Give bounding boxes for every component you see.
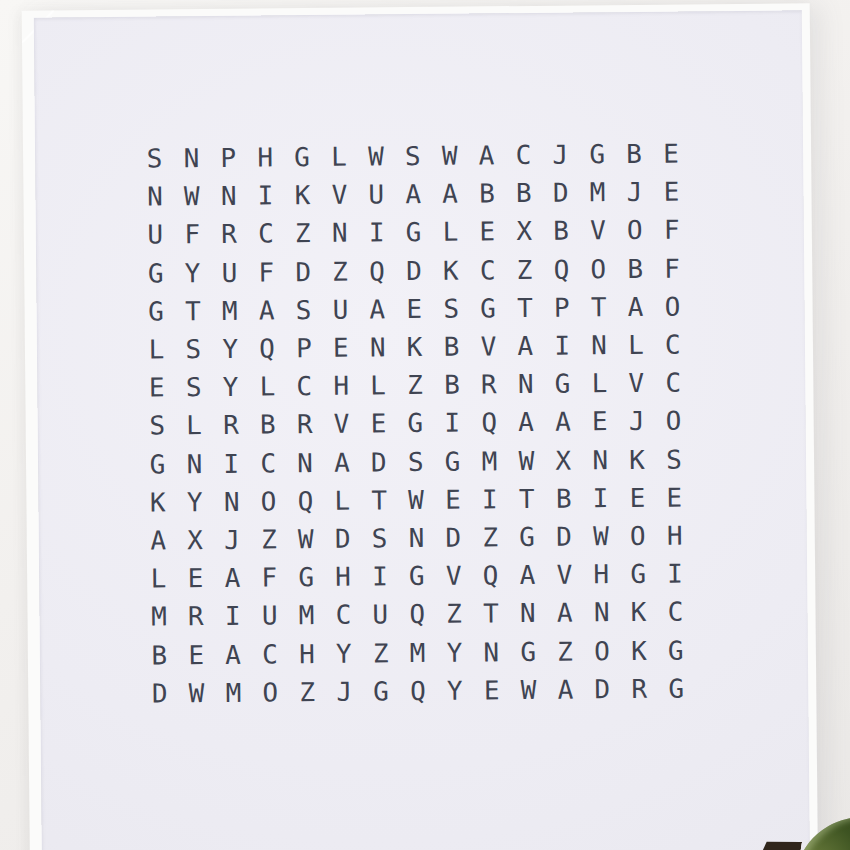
grid-cell-r12c7: I: [361, 557, 398, 596]
grid-cell-r3c10: E: [469, 213, 506, 252]
grid-cell-r3c7: I: [358, 214, 395, 253]
grid-cell-r1c12: J: [542, 135, 579, 174]
grid-cell-r10c1: K: [139, 483, 176, 522]
grid-cell-r4c14: B: [617, 249, 654, 288]
grid-cell-r13c6: C: [325, 596, 362, 635]
grid-cell-r5c5: S: [285, 291, 322, 330]
grid-cell-r14c15: G: [657, 631, 694, 670]
grid-cell-r6c10: V: [470, 327, 507, 366]
grid-cell-r8c6: V: [323, 405, 360, 444]
grid-cell-r5c13: T: [580, 288, 617, 327]
grid-cell-r6c6: E: [322, 329, 359, 368]
grid-cell-r14c10: N: [473, 633, 510, 672]
grid-cell-r2c8: A: [395, 175, 432, 214]
grid-cell-r7c1: E: [138, 368, 175, 407]
grid-cell-r7c13: L: [581, 364, 618, 403]
grid-cell-r10c12: B: [545, 479, 582, 518]
grid-cell-r4c12: Q: [543, 250, 580, 289]
grid-cell-r8c1: S: [139, 407, 176, 446]
grid-cell-r4c13: O: [580, 250, 617, 289]
grid-cell-r6c11: A: [507, 327, 544, 366]
grid-cell-r5c2: T: [174, 292, 211, 331]
grid-cell-r3c14: O: [616, 211, 653, 250]
grid-cell-r12c6: H: [324, 558, 361, 597]
grid-cell-r15c10: E: [473, 671, 510, 710]
grid-cell-r12c11: A: [509, 556, 546, 595]
grid-cell-r1c5: G: [283, 138, 320, 177]
grid-cell-r12c12: V: [546, 556, 583, 595]
grid-cell-r8c9: I: [434, 404, 471, 443]
grid-cell-r7c10: R: [470, 365, 507, 404]
grid-cell-r3c9: L: [432, 213, 469, 252]
grid-cell-r11c15: H: [656, 516, 693, 555]
grid-cell-r5c12: P: [543, 288, 580, 327]
grid-cell-r6c13: N: [580, 326, 617, 365]
grid-cell-r9c12: X: [545, 441, 582, 480]
grid-cell-r12c8: G: [398, 557, 435, 596]
grid-cell-r5c7: A: [359, 290, 396, 329]
grid-cell-r15c5: Z: [289, 673, 326, 712]
grid-cell-r12c5: G: [288, 558, 325, 597]
grid-cell-r1c9: W: [431, 137, 468, 176]
grid-cell-r13c5: M: [288, 596, 325, 635]
grid-cell-r14c5: H: [288, 634, 325, 673]
grid-cell-r6c5: P: [285, 329, 322, 368]
grid-cell-r7c12: G: [544, 365, 581, 404]
grid-cell-r12c13: H: [583, 555, 620, 594]
grid-cell-r3c13: V: [579, 211, 616, 250]
grid-cell-r3c3: R: [210, 215, 247, 254]
grid-cell-r5c8: E: [396, 290, 433, 329]
grid-cell-r7c4: L: [249, 367, 286, 406]
grid-cell-r10c13: I: [582, 479, 619, 518]
grid-cell-r2c14: J: [616, 173, 653, 212]
grid-cell-r1c8: S: [394, 137, 431, 176]
grid-cell-r13c12: A: [546, 594, 583, 633]
grid-cell-r4c11: Z: [506, 250, 543, 289]
grid-cell-r10c15: E: [656, 478, 693, 517]
grid-cell-r5c1: G: [137, 292, 174, 331]
grid-cell-r6c7: N: [359, 328, 396, 367]
grid-cell-r5c14: A: [617, 287, 654, 326]
grid-cell-r3c8: G: [395, 213, 432, 252]
grid-cell-r11c5: W: [287, 520, 324, 559]
grid-cell-r1c10: A: [468, 136, 505, 175]
grid-cell-r1c1: S: [136, 139, 173, 178]
grid-cell-r5c9: S: [433, 289, 470, 328]
grid-cell-r4c10: C: [469, 251, 506, 290]
framed-print: SNPHGLWSWACJGBENWNIKVUAABBDMJEUFRCZNIGLE…: [22, 3, 819, 850]
grid-cell-r15c6: J: [326, 672, 363, 711]
grid-cell-r14c14: K: [620, 631, 657, 670]
grid-cell-r7c8: Z: [396, 366, 433, 405]
grid-cell-r11c9: D: [435, 518, 472, 557]
grid-cell-r1c2: N: [173, 139, 210, 178]
grid-cell-r10c10: I: [471, 480, 508, 519]
grid-cell-r13c9: Z: [435, 595, 472, 634]
grid-cell-r8c12: A: [544, 403, 581, 442]
grid-cell-r14c3: A: [214, 635, 251, 674]
grid-cell-r9c11: W: [508, 441, 545, 480]
grid-cell-r13c8: Q: [399, 595, 436, 634]
grid-cell-r11c12: D: [545, 517, 582, 556]
grid-cell-r9c8: S: [397, 442, 434, 481]
grid-cell-r15c15: G: [658, 669, 695, 708]
grid-cell-r13c13: N: [583, 593, 620, 632]
grid-cell-r15c7: G: [362, 672, 399, 711]
grid-cell-r13c11: N: [509, 594, 546, 633]
grid-cell-r12c4: F: [251, 558, 288, 597]
grid-cell-r14c11: G: [510, 632, 547, 671]
print-paper: SNPHGLWSWACJGBENWNIKVUAABBDMJEUFRCZNIGLE…: [34, 10, 811, 850]
grid-cell-r1c6: L: [320, 138, 357, 177]
grid-cell-r10c5: Q: [287, 482, 324, 521]
grid-cell-r3c12: B: [542, 212, 579, 251]
grid-cell-r2c9: A: [431, 175, 468, 214]
grid-cell-r4c15: F: [653, 249, 690, 288]
grid-cell-r11c4: Z: [250, 520, 287, 559]
grid-cell-r9c10: M: [471, 442, 508, 481]
grid-cell-r3c5: Z: [284, 214, 321, 253]
grid-cell-r9c13: N: [582, 441, 619, 480]
grid-cell-r8c4: B: [249, 406, 286, 445]
grid-cell-r3c4: C: [247, 215, 284, 254]
grid-cell-r15c1: D: [141, 674, 178, 713]
grid-cell-r2c11: B: [505, 174, 542, 213]
grid-cell-r8c2: L: [175, 406, 212, 445]
grid-cell-r6c2: S: [175, 330, 212, 369]
grid-cell-r7c5: C: [286, 367, 323, 406]
grid-cell-r4c1: G: [137, 254, 174, 293]
grid-cell-r14c8: M: [399, 633, 436, 672]
grid-cell-r9c3: I: [213, 444, 250, 483]
grid-cell-r6c1: L: [138, 330, 175, 369]
grid-cell-r7c14: V: [618, 364, 655, 403]
grid-cell-r5c11: T: [506, 289, 543, 328]
grid-cell-r10c2: Y: [176, 483, 213, 522]
grid-cell-r8c7: E: [360, 405, 397, 444]
grid-cell-r11c13: W: [582, 517, 619, 556]
grid-cell-r4c8: D: [395, 251, 432, 290]
grid-cell-r6c9: B: [433, 327, 470, 366]
grid-cell-r9c9: G: [434, 442, 471, 481]
grid-cell-r5c10: G: [469, 289, 506, 328]
grid-cell-r14c2: E: [178, 635, 215, 674]
grid-cell-r8c14: J: [618, 402, 655, 441]
grid-cell-r1c13: G: [579, 135, 616, 174]
grid-cell-r5c6: U: [322, 290, 359, 329]
grid-cell-r13c7: U: [362, 595, 399, 634]
grid-cell-r6c4: Q: [248, 329, 285, 368]
wall-background: SNPHGLWSWACJGBENWNIKVUAABBDMJEUFRCZNIGLE…: [0, 0, 850, 850]
grid-cell-r7c2: S: [175, 368, 212, 407]
grid-cell-r2c3: N: [210, 177, 247, 216]
grid-cell-r9c15: S: [655, 440, 692, 479]
grid-cell-r4c6: Z: [321, 252, 358, 291]
grid-cell-r3c2: F: [174, 215, 211, 254]
grid-cell-r10c14: E: [619, 478, 656, 517]
grid-cell-r7c6: H: [323, 367, 360, 406]
grid-cell-r6c15: C: [654, 325, 691, 364]
grid-cell-r4c2: Y: [174, 254, 211, 293]
grid-cell-r15c11: W: [510, 670, 547, 709]
grid-cell-r11c10: Z: [472, 518, 509, 557]
grid-cell-r13c1: M: [140, 598, 177, 637]
grid-cell-r2c2: W: [173, 177, 210, 216]
grid-cell-r2c6: V: [321, 176, 358, 215]
grid-cell-r11c14: O: [619, 517, 656, 556]
grid-cell-r9c7: D: [360, 443, 397, 482]
grid-cell-r3c1: U: [137, 216, 174, 255]
grid-cell-r3c15: F: [653, 211, 690, 250]
grid-cell-r6c3: Y: [212, 330, 249, 369]
grid-cell-r9c2: N: [176, 444, 213, 483]
word-search-grid: SNPHGLWSWACJGBENWNIKVUAABBDMJEUFRCZNIGLE…: [136, 134, 695, 712]
grid-cell-r1c7: W: [357, 137, 394, 176]
grid-cell-r15c2: W: [178, 674, 215, 713]
grid-cell-r7c15: C: [655, 364, 692, 403]
grid-cell-r10c3: N: [213, 482, 250, 521]
grid-cell-r8c5: R: [286, 405, 323, 444]
grid-cell-r8c8: G: [397, 404, 434, 443]
grid-cell-r10c9: E: [434, 480, 471, 519]
grid-cell-r7c7: L: [359, 366, 396, 405]
grid-cell-r14c6: Y: [325, 634, 362, 673]
grid-cell-r2c15: E: [653, 173, 690, 212]
grid-cell-r12c15: I: [656, 554, 693, 593]
grid-cell-r2c1: N: [136, 178, 173, 217]
grid-cell-r9c6: A: [323, 443, 360, 482]
grid-cell-r8c3: R: [212, 406, 249, 445]
grid-cell-r11c7: S: [361, 519, 398, 558]
grid-cell-r5c15: O: [654, 287, 691, 326]
grid-cell-r13c15: C: [657, 593, 694, 632]
grid-cell-r11c2: X: [176, 521, 213, 560]
grid-cell-r1c3: P: [210, 139, 247, 178]
grid-cell-r14c13: O: [583, 632, 620, 671]
grid-cell-r14c9: Y: [436, 633, 473, 672]
grid-cell-r7c9: B: [433, 366, 470, 405]
grid-cell-r12c2: E: [177, 559, 214, 598]
grid-cell-r11c6: D: [324, 519, 361, 558]
grid-cell-r3c11: X: [506, 212, 543, 251]
grid-cell-r3c6: N: [321, 214, 358, 253]
grid-cell-r13c3: I: [214, 597, 251, 636]
grid-cell-r2c12: D: [542, 174, 579, 213]
grid-cell-r11c1: A: [140, 521, 177, 560]
grid-cell-r1c14: B: [615, 135, 652, 174]
grid-cell-r4c7: Q: [358, 252, 395, 291]
grid-cell-r13c2: R: [177, 597, 214, 636]
grid-cell-r13c4: U: [251, 597, 288, 636]
grid-cell-r2c4: I: [247, 176, 284, 215]
grid-cell-r15c8: Q: [399, 671, 436, 710]
grid-cell-r13c10: T: [472, 594, 509, 633]
grid-cell-r2c7: U: [358, 175, 395, 214]
grid-cell-r15c3: M: [215, 673, 252, 712]
grid-cell-r1c4: H: [247, 138, 284, 177]
grid-cell-r13c14: K: [620, 593, 657, 632]
grid-cell-r10c7: T: [361, 481, 398, 520]
grid-cell-r15c4: O: [252, 673, 289, 712]
grid-cell-r10c6: L: [324, 481, 361, 520]
grid-cell-r8c10: Q: [471, 403, 508, 442]
grid-cell-r14c12: Z: [546, 632, 583, 671]
grid-cell-r2c13: M: [579, 173, 616, 212]
grid-cell-r2c5: K: [284, 176, 321, 215]
grid-cell-r4c4: F: [248, 253, 285, 292]
grid-cell-r4c5: D: [285, 252, 322, 291]
grid-cell-r10c8: W: [397, 481, 434, 520]
grid-cell-r1c11: C: [505, 136, 542, 175]
grid-cell-r5c4: A: [248, 291, 285, 330]
grid-cell-r12c10: Q: [472, 556, 509, 595]
grid-cell-r9c1: G: [139, 445, 176, 484]
grid-cell-r8c11: A: [507, 403, 544, 442]
grid-cell-r10c11: T: [508, 479, 545, 518]
grid-cell-r5c3: M: [211, 291, 248, 330]
grid-cell-r4c3: U: [211, 253, 248, 292]
grid-cell-r6c8: K: [396, 328, 433, 367]
grid-cell-r7c3: Y: [212, 368, 249, 407]
grid-cell-r12c9: V: [435, 557, 472, 596]
grid-cell-r11c8: N: [398, 519, 435, 558]
grid-cell-r15c13: D: [584, 670, 621, 709]
grid-cell-r11c11: G: [508, 518, 545, 557]
grid-cell-r8c13: E: [581, 402, 618, 441]
grid-cell-r14c4: C: [251, 635, 288, 674]
grid-cell-r9c5: N: [286, 443, 323, 482]
grid-cell-r11c3: J: [213, 521, 250, 560]
grid-cell-r8c15: O: [655, 402, 692, 441]
grid-cell-r15c9: Y: [436, 671, 473, 710]
grid-cell-r9c4: C: [250, 444, 287, 483]
grid-cell-r14c7: Z: [362, 634, 399, 673]
grid-cell-r1c15: E: [652, 134, 689, 173]
grid-cell-r15c12: A: [547, 670, 584, 709]
grid-cell-r9c14: K: [618, 440, 655, 479]
grid-cell-r6c14: L: [617, 326, 654, 365]
grid-cell-r12c3: A: [214, 559, 251, 598]
grid-cell-r6c12: I: [544, 326, 581, 365]
grid-cell-r7c11: N: [507, 365, 544, 404]
grid-cell-r12c1: L: [140, 559, 177, 598]
grid-cell-r15c14: R: [621, 669, 658, 708]
grid-cell-r14c1: B: [141, 636, 178, 675]
grid-cell-r2c10: B: [468, 174, 505, 213]
grid-cell-r10c4: O: [250, 482, 287, 521]
grid-cell-r4c9: K: [432, 251, 469, 290]
grid-cell-r12c14: G: [620, 555, 657, 594]
